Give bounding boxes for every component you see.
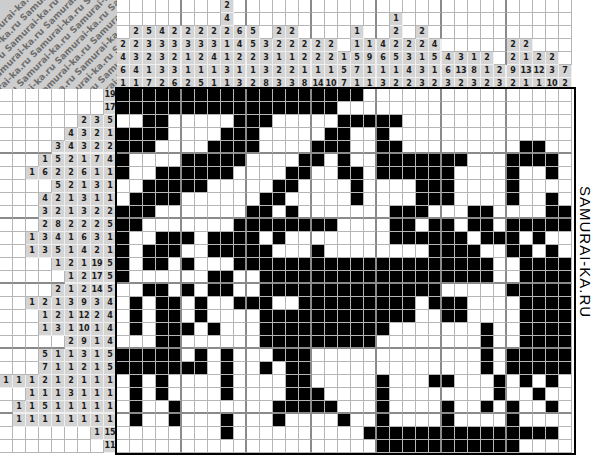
grid-cell[interactable]: [260, 180, 273, 193]
grid-cell[interactable]: [507, 284, 520, 297]
grid-cell[interactable]: [351, 167, 364, 180]
grid-cell[interactable]: [286, 323, 299, 336]
grid-cell[interactable]: [403, 362, 416, 375]
grid-cell[interactable]: [455, 219, 468, 232]
grid-cell[interactable]: [156, 102, 169, 115]
grid-cell[interactable]: [429, 401, 442, 414]
grid-cell[interactable]: [182, 388, 195, 401]
grid-cell[interactable]: [325, 297, 338, 310]
grid-cell[interactable]: [338, 362, 351, 375]
grid-cell[interactable]: [169, 141, 182, 154]
grid-cell[interactable]: [195, 388, 208, 401]
grid-cell[interactable]: [299, 388, 312, 401]
grid-cell[interactable]: [442, 427, 455, 440]
grid-cell[interactable]: [546, 180, 559, 193]
grid-cell[interactable]: [520, 362, 533, 375]
grid-cell[interactable]: [364, 258, 377, 271]
grid-cell[interactable]: [260, 141, 273, 154]
grid-cell[interactable]: [416, 375, 429, 388]
grid-cell[interactable]: [156, 388, 169, 401]
grid-cell[interactable]: [169, 349, 182, 362]
grid-cell[interactable]: [182, 401, 195, 414]
grid-cell[interactable]: [390, 427, 403, 440]
grid-cell[interactable]: [143, 206, 156, 219]
grid-cell[interactable]: [221, 310, 234, 323]
grid-cell[interactable]: [117, 271, 130, 284]
grid-cell[interactable]: [338, 232, 351, 245]
grid-cell[interactable]: [221, 89, 234, 102]
grid-cell[interactable]: [390, 206, 403, 219]
grid-cell[interactable]: [442, 115, 455, 128]
grid-cell[interactable]: [234, 167, 247, 180]
grid-cell[interactable]: [273, 336, 286, 349]
grid-cell[interactable]: [299, 414, 312, 427]
grid-cell[interactable]: [468, 297, 481, 310]
grid-cell[interactable]: [494, 154, 507, 167]
grid-cell[interactable]: [156, 401, 169, 414]
grid-cell[interactable]: [442, 297, 455, 310]
grid-cell[interactable]: [312, 323, 325, 336]
grid-cell[interactable]: [247, 102, 260, 115]
grid-cell[interactable]: [208, 193, 221, 206]
grid-cell[interactable]: [208, 167, 221, 180]
grid-cell[interactable]: [247, 245, 260, 258]
grid-cell[interactable]: [312, 180, 325, 193]
grid-cell[interactable]: [143, 258, 156, 271]
grid-cell[interactable]: [208, 336, 221, 349]
grid-cell[interactable]: [234, 271, 247, 284]
grid-cell[interactable]: [455, 245, 468, 258]
grid-cell[interactable]: [533, 154, 546, 167]
grid-cell[interactable]: [195, 115, 208, 128]
grid-cell[interactable]: [299, 193, 312, 206]
grid-cell[interactable]: [520, 375, 533, 388]
grid-cell[interactable]: [520, 193, 533, 206]
grid-cell[interactable]: [520, 180, 533, 193]
grid-cell[interactable]: [117, 141, 130, 154]
grid-cell[interactable]: [299, 102, 312, 115]
grid-cell[interactable]: [481, 128, 494, 141]
grid-cell[interactable]: [429, 362, 442, 375]
grid-cell[interactable]: [507, 115, 520, 128]
grid-cell[interactable]: [299, 154, 312, 167]
grid-cell[interactable]: [325, 362, 338, 375]
grid-cell[interactable]: [559, 167, 572, 180]
grid-cell[interactable]: [494, 362, 507, 375]
grid-cell[interactable]: [208, 414, 221, 427]
grid-cell[interactable]: [351, 310, 364, 323]
grid-cell[interactable]: [390, 128, 403, 141]
grid-cell[interactable]: [416, 401, 429, 414]
grid-cell[interactable]: [208, 232, 221, 245]
grid-cell[interactable]: [533, 258, 546, 271]
grid-cell[interactable]: [156, 258, 169, 271]
grid-cell[interactable]: [455, 336, 468, 349]
grid-cell[interactable]: [364, 102, 377, 115]
grid-cell[interactable]: [403, 102, 416, 115]
grid-cell[interactable]: [286, 440, 299, 453]
grid-cell[interactable]: [546, 232, 559, 245]
grid-cell[interactable]: [247, 323, 260, 336]
grid-cell[interactable]: [195, 167, 208, 180]
grid-cell[interactable]: [377, 102, 390, 115]
grid-cell[interactable]: [468, 362, 481, 375]
grid-cell[interactable]: [130, 115, 143, 128]
grid-cell[interactable]: [247, 310, 260, 323]
grid-cell[interactable]: [429, 102, 442, 115]
grid-cell[interactable]: [416, 128, 429, 141]
grid-cell[interactable]: [182, 310, 195, 323]
grid-cell[interactable]: [338, 297, 351, 310]
grid-cell[interactable]: [325, 89, 338, 102]
grid-cell[interactable]: [403, 141, 416, 154]
grid-cell[interactable]: [546, 388, 559, 401]
grid-cell[interactable]: [468, 375, 481, 388]
grid-cell[interactable]: [507, 297, 520, 310]
grid-cell[interactable]: [559, 128, 572, 141]
grid-cell[interactable]: [234, 258, 247, 271]
grid-cell[interactable]: [364, 336, 377, 349]
grid-cell[interactable]: [286, 362, 299, 375]
grid-cell[interactable]: [325, 271, 338, 284]
grid-cell[interactable]: [455, 401, 468, 414]
grid-cell[interactable]: [338, 206, 351, 219]
grid-cell[interactable]: [260, 271, 273, 284]
grid-cell[interactable]: [494, 219, 507, 232]
grid-cell[interactable]: [182, 154, 195, 167]
grid-cell[interactable]: [195, 440, 208, 453]
grid-cell[interactable]: [520, 154, 533, 167]
grid-cell[interactable]: [533, 180, 546, 193]
grid-cell[interactable]: [429, 323, 442, 336]
grid-cell[interactable]: [442, 349, 455, 362]
grid-cell[interactable]: [130, 141, 143, 154]
grid-cell[interactable]: [442, 89, 455, 102]
grid-cell[interactable]: [559, 271, 572, 284]
grid-cell[interactable]: [507, 232, 520, 245]
grid-cell[interactable]: [312, 232, 325, 245]
grid-cell[interactable]: [403, 388, 416, 401]
grid-cell[interactable]: [442, 180, 455, 193]
grid-cell[interactable]: [325, 323, 338, 336]
grid-cell[interactable]: [130, 102, 143, 115]
grid-cell[interactable]: [455, 232, 468, 245]
grid-cell[interactable]: [208, 206, 221, 219]
grid-cell[interactable]: [351, 440, 364, 453]
grid-cell[interactable]: [260, 349, 273, 362]
grid-cell[interactable]: [481, 440, 494, 453]
grid-cell[interactable]: [416, 180, 429, 193]
grid-cell[interactable]: [364, 193, 377, 206]
grid-cell[interactable]: [273, 258, 286, 271]
grid-cell[interactable]: [143, 154, 156, 167]
grid-cell[interactable]: [390, 310, 403, 323]
grid-cell[interactable]: [533, 271, 546, 284]
grid-cell[interactable]: [481, 401, 494, 414]
grid-cell[interactable]: [351, 427, 364, 440]
grid-cell[interactable]: [351, 219, 364, 232]
grid-cell[interactable]: [156, 89, 169, 102]
grid-cell[interactable]: [468, 245, 481, 258]
grid-cell[interactable]: [286, 245, 299, 258]
grid-cell[interactable]: [312, 245, 325, 258]
grid-cell[interactable]: [182, 167, 195, 180]
grid-cell[interactable]: [364, 323, 377, 336]
grid-cell[interactable]: [156, 440, 169, 453]
grid-cell[interactable]: [182, 349, 195, 362]
grid-cell[interactable]: [520, 89, 533, 102]
grid-cell[interactable]: [520, 336, 533, 349]
grid-cell[interactable]: [533, 440, 546, 453]
grid-cell[interactable]: [481, 323, 494, 336]
grid-cell[interactable]: [338, 375, 351, 388]
grid-cell[interactable]: [351, 336, 364, 349]
grid-cell[interactable]: [234, 349, 247, 362]
grid-cell[interactable]: [507, 414, 520, 427]
grid-cell[interactable]: [377, 375, 390, 388]
grid-cell[interactable]: [429, 193, 442, 206]
grid-cell[interactable]: [286, 141, 299, 154]
grid-cell[interactable]: [299, 245, 312, 258]
grid-cell[interactable]: [273, 232, 286, 245]
grid-cell[interactable]: [130, 206, 143, 219]
grid-cell[interactable]: [481, 427, 494, 440]
grid-cell[interactable]: [403, 297, 416, 310]
grid-cell[interactable]: [260, 115, 273, 128]
grid-cell[interactable]: [130, 310, 143, 323]
grid-cell[interactable]: [234, 102, 247, 115]
grid-cell[interactable]: [169, 323, 182, 336]
grid-cell[interactable]: [117, 89, 130, 102]
grid-cell[interactable]: [299, 310, 312, 323]
grid-cell[interactable]: [182, 297, 195, 310]
grid-cell[interactable]: [390, 297, 403, 310]
grid-cell[interactable]: [182, 427, 195, 440]
grid-cell[interactable]: [429, 349, 442, 362]
grid-cell[interactable]: [143, 141, 156, 154]
grid-cell[interactable]: [403, 115, 416, 128]
grid-cell[interactable]: [273, 323, 286, 336]
grid-cell[interactable]: [117, 284, 130, 297]
grid-cell[interactable]: [208, 297, 221, 310]
grid-cell[interactable]: [286, 89, 299, 102]
grid-cell[interactable]: [221, 388, 234, 401]
grid-cell[interactable]: [169, 388, 182, 401]
grid-cell[interactable]: [273, 362, 286, 375]
grid-cell[interactable]: [117, 154, 130, 167]
grid-cell[interactable]: [260, 102, 273, 115]
grid-cell[interactable]: [546, 258, 559, 271]
grid-cell[interactable]: [442, 375, 455, 388]
grid-cell[interactable]: [182, 323, 195, 336]
grid-cell[interactable]: [533, 245, 546, 258]
grid-cell[interactable]: [299, 128, 312, 141]
grid-cell[interactable]: [208, 102, 221, 115]
grid-cell[interactable]: [221, 206, 234, 219]
grid-cell[interactable]: [494, 206, 507, 219]
grid-cell[interactable]: [208, 180, 221, 193]
grid-cell[interactable]: [234, 323, 247, 336]
grid-cell[interactable]: [195, 401, 208, 414]
grid-cell[interactable]: [520, 349, 533, 362]
grid-cell[interactable]: [416, 336, 429, 349]
grid-cell[interactable]: [546, 336, 559, 349]
grid-cell[interactable]: [364, 219, 377, 232]
grid-cell[interactable]: [182, 206, 195, 219]
grid-cell[interactable]: [221, 414, 234, 427]
grid-cell[interactable]: [507, 401, 520, 414]
grid-cell[interactable]: [416, 271, 429, 284]
grid-cell[interactable]: [468, 193, 481, 206]
grid-cell[interactable]: [377, 115, 390, 128]
grid-cell[interactable]: [117, 180, 130, 193]
grid-cell[interactable]: [286, 180, 299, 193]
grid-cell[interactable]: [338, 401, 351, 414]
grid-cell[interactable]: [507, 388, 520, 401]
grid-cell[interactable]: [312, 206, 325, 219]
grid-cell[interactable]: [403, 89, 416, 102]
grid-cell[interactable]: [546, 440, 559, 453]
grid-cell[interactable]: [325, 102, 338, 115]
grid-cell[interactable]: [520, 245, 533, 258]
grid-cell[interactable]: [494, 375, 507, 388]
grid-cell[interactable]: [130, 427, 143, 440]
grid-cell[interactable]: [442, 128, 455, 141]
grid-cell[interactable]: [286, 349, 299, 362]
grid-cell[interactable]: [260, 167, 273, 180]
grid-cell[interactable]: [156, 232, 169, 245]
grid-cell[interactable]: [403, 193, 416, 206]
grid-cell[interactable]: [338, 193, 351, 206]
grid-cell[interactable]: [377, 414, 390, 427]
grid-cell[interactable]: [351, 401, 364, 414]
grid-cell[interactable]: [416, 141, 429, 154]
grid-cell[interactable]: [299, 336, 312, 349]
grid-cell[interactable]: [455, 414, 468, 427]
grid-cell[interactable]: [143, 102, 156, 115]
grid-cell[interactable]: [130, 297, 143, 310]
grid-cell[interactable]: [403, 323, 416, 336]
grid-cell[interactable]: [494, 232, 507, 245]
grid-cell[interactable]: [377, 193, 390, 206]
grid-cell[interactable]: [481, 414, 494, 427]
grid-cell[interactable]: [338, 102, 351, 115]
grid-cell[interactable]: [299, 167, 312, 180]
grid-cell[interactable]: [299, 232, 312, 245]
grid-cell[interactable]: [468, 440, 481, 453]
grid-cell[interactable]: [455, 102, 468, 115]
grid-cell[interactable]: [312, 141, 325, 154]
grid-cell[interactable]: [299, 258, 312, 271]
grid-cell[interactable]: [429, 297, 442, 310]
grid-cell[interactable]: [546, 128, 559, 141]
grid-cell[interactable]: [377, 219, 390, 232]
grid-cell[interactable]: [195, 154, 208, 167]
grid-cell[interactable]: [468, 206, 481, 219]
grid-cell[interactable]: [117, 336, 130, 349]
grid-cell[interactable]: [325, 219, 338, 232]
grid-cell[interactable]: [117, 206, 130, 219]
grid-cell[interactable]: [364, 245, 377, 258]
grid-cell[interactable]: [559, 336, 572, 349]
grid-cell[interactable]: [390, 141, 403, 154]
grid-cell[interactable]: [468, 180, 481, 193]
grid-cell[interactable]: [351, 349, 364, 362]
grid-cell[interactable]: [546, 427, 559, 440]
grid-cell[interactable]: [455, 128, 468, 141]
grid-cell[interactable]: [182, 180, 195, 193]
grid-cell[interactable]: [429, 206, 442, 219]
grid-cell[interactable]: [390, 245, 403, 258]
grid-cell[interactable]: [143, 427, 156, 440]
grid-cell[interactable]: [403, 284, 416, 297]
grid-cell[interactable]: [377, 349, 390, 362]
grid-cell[interactable]: [312, 115, 325, 128]
grid-cell[interactable]: [312, 258, 325, 271]
grid-cell[interactable]: [351, 414, 364, 427]
grid-cell[interactable]: [338, 388, 351, 401]
grid-cell[interactable]: [247, 258, 260, 271]
grid-cell[interactable]: [507, 310, 520, 323]
grid-cell[interactable]: [390, 258, 403, 271]
grid-cell[interactable]: [273, 206, 286, 219]
grid-cell[interactable]: [312, 349, 325, 362]
grid-cell[interactable]: [182, 128, 195, 141]
grid-cell[interactable]: [195, 336, 208, 349]
grid-cell[interactable]: [390, 336, 403, 349]
grid-cell[interactable]: [208, 388, 221, 401]
grid-cell[interactable]: [273, 128, 286, 141]
grid-cell[interactable]: [455, 349, 468, 362]
grid-cell[interactable]: [195, 180, 208, 193]
grid-cell[interactable]: [546, 219, 559, 232]
grid-cell[interactable]: [507, 258, 520, 271]
grid-cell[interactable]: [533, 310, 546, 323]
grid-cell[interactable]: [273, 115, 286, 128]
grid-cell[interactable]: [273, 414, 286, 427]
grid-cell[interactable]: [325, 206, 338, 219]
grid-cell[interactable]: [546, 310, 559, 323]
grid-cell[interactable]: [117, 323, 130, 336]
grid-cell[interactable]: [286, 167, 299, 180]
grid-cell[interactable]: [247, 284, 260, 297]
grid-cell[interactable]: [221, 323, 234, 336]
grid-cell[interactable]: [130, 89, 143, 102]
grid-cell[interactable]: [312, 193, 325, 206]
grid-cell[interactable]: [156, 349, 169, 362]
grid-cell[interactable]: [260, 310, 273, 323]
grid-cell[interactable]: [507, 362, 520, 375]
grid-cell[interactable]: [130, 401, 143, 414]
grid-cell[interactable]: [260, 323, 273, 336]
grid-cell[interactable]: [403, 245, 416, 258]
grid-cell[interactable]: [377, 232, 390, 245]
grid-cell[interactable]: [234, 388, 247, 401]
grid-cell[interactable]: [325, 245, 338, 258]
grid-cell[interactable]: [247, 141, 260, 154]
grid-cell[interactable]: [442, 362, 455, 375]
grid-cell[interactable]: [221, 154, 234, 167]
grid-cell[interactable]: [559, 323, 572, 336]
grid-cell[interactable]: [143, 440, 156, 453]
grid-cell[interactable]: [442, 219, 455, 232]
grid-cell[interactable]: [403, 258, 416, 271]
grid-cell[interactable]: [273, 89, 286, 102]
grid-cell[interactable]: [481, 258, 494, 271]
grid-cell[interactable]: [195, 375, 208, 388]
grid-cell[interactable]: [117, 401, 130, 414]
grid-cell[interactable]: [299, 362, 312, 375]
